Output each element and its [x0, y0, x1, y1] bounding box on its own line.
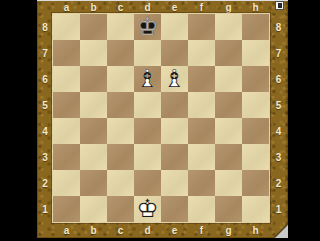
square-d2[interactable] [134, 170, 161, 196]
rank-label-left-8: 8 [37, 14, 53, 40]
white-bishop[interactable]: ♝♗ [161, 66, 188, 92]
square-h8[interactable] [242, 14, 269, 40]
file-label-top-b: b [80, 0, 107, 14]
square-d4[interactable] [134, 118, 161, 144]
frame-corner-bottom-left [37, 222, 53, 238]
square-b2[interactable] [80, 170, 107, 196]
file-label-top-e: e [161, 0, 188, 14]
window-icon[interactable] [275, 1, 284, 10]
white-king[interactable]: ♚♔ [134, 196, 161, 222]
square-c8[interactable] [107, 14, 134, 40]
square-b5[interactable] [80, 92, 107, 118]
square-h3[interactable] [242, 144, 269, 170]
frame-corner-top-left [37, 0, 53, 14]
square-d8[interactable]: ♚♔ [134, 14, 161, 40]
square-h4[interactable] [242, 118, 269, 144]
rank-label-left-2: 2 [37, 170, 53, 196]
square-h1[interactable] [242, 196, 269, 222]
window-icon-glyph [278, 3, 282, 8]
square-b7[interactable] [80, 40, 107, 66]
rank-label-right-7: 7 [269, 40, 288, 66]
file-label-top-g: g [215, 0, 242, 14]
file-label-bottom-a: a [53, 222, 80, 238]
square-a1[interactable] [53, 196, 80, 222]
square-e3[interactable] [161, 144, 188, 170]
rank-label-left-6: 6 [37, 66, 53, 92]
square-c5[interactable] [107, 92, 134, 118]
square-g6[interactable] [215, 66, 242, 92]
rank-label-left-5: 5 [37, 92, 53, 118]
square-c7[interactable] [107, 40, 134, 66]
square-g3[interactable] [215, 144, 242, 170]
rank-label-left-3: 3 [37, 144, 53, 170]
square-f5[interactable] [188, 92, 215, 118]
black-king-outline-glyph: ♔ [134, 14, 161, 39]
square-g4[interactable] [215, 118, 242, 144]
white-bishop[interactable]: ♝♗ [134, 66, 161, 92]
file-label-top-f: f [188, 0, 215, 14]
rank-label-left-4: 4 [37, 118, 53, 144]
square-c3[interactable] [107, 144, 134, 170]
square-f4[interactable] [188, 118, 215, 144]
white-bishop-fill-glyph: ♝ [134, 66, 161, 91]
square-e1[interactable] [161, 196, 188, 222]
white-bishop-outline-glyph: ♗ [134, 66, 161, 91]
file-label-bottom-b: b [80, 222, 107, 238]
rank-label-left-7: 7 [37, 40, 53, 66]
square-c1[interactable] [107, 196, 134, 222]
chessboard-window: abcdefgh8♚♔8776♝♗♝♗6554433221♚♔1abcdefgh [37, 0, 288, 238]
square-h7[interactable] [242, 40, 269, 66]
square-e4[interactable] [161, 118, 188, 144]
square-h2[interactable] [242, 170, 269, 196]
file-label-bottom-g: g [215, 222, 242, 238]
rank-label-right-5: 5 [269, 92, 288, 118]
square-f8[interactable] [188, 14, 215, 40]
square-e8[interactable] [161, 14, 188, 40]
square-g5[interactable] [215, 92, 242, 118]
square-h6[interactable] [242, 66, 269, 92]
square-f7[interactable] [188, 40, 215, 66]
black-king-fill-glyph: ♚ [134, 14, 161, 39]
square-c6[interactable] [107, 66, 134, 92]
square-a5[interactable] [53, 92, 80, 118]
file-label-bottom-h: h [242, 222, 269, 238]
file-label-bottom-e: e [161, 222, 188, 238]
file-label-top-c: c [107, 0, 134, 14]
white-king-fill-glyph: ♚ [134, 196, 161, 221]
square-a8[interactable] [53, 14, 80, 40]
square-f6[interactable] [188, 66, 215, 92]
square-e5[interactable] [161, 92, 188, 118]
square-e6[interactable]: ♝♗ [161, 66, 188, 92]
square-b6[interactable] [80, 66, 107, 92]
square-b3[interactable] [80, 144, 107, 170]
file-label-bottom-d: d [134, 222, 161, 238]
square-g1[interactable] [215, 196, 242, 222]
rank-label-right-6: 6 [269, 66, 288, 92]
file-label-top-a: a [53, 0, 80, 14]
square-e2[interactable] [161, 170, 188, 196]
white-king-outline-glyph: ♔ [134, 196, 161, 221]
square-d7[interactable] [134, 40, 161, 66]
white-bishop-fill-glyph: ♝ [161, 66, 188, 91]
square-b4[interactable] [80, 118, 107, 144]
chessboard: abcdefgh8♚♔8776♝♗♝♗6554433221♚♔1abcdefgh [37, 0, 288, 238]
square-g8[interactable] [215, 14, 242, 40]
square-c2[interactable] [107, 170, 134, 196]
square-c4[interactable] [107, 118, 134, 144]
rank-label-right-1: 1 [269, 196, 288, 222]
square-b1[interactable] [80, 196, 107, 222]
black-king[interactable]: ♚♔ [134, 14, 161, 40]
square-a7[interactable] [53, 40, 80, 66]
square-d6[interactable]: ♝♗ [134, 66, 161, 92]
square-f1[interactable] [188, 196, 215, 222]
resize-grip[interactable] [275, 225, 288, 238]
square-f2[interactable] [188, 170, 215, 196]
square-a2[interactable] [53, 170, 80, 196]
square-f3[interactable] [188, 144, 215, 170]
file-label-top-h: h [242, 0, 269, 14]
square-h5[interactable] [242, 92, 269, 118]
square-d5[interactable] [134, 92, 161, 118]
file-label-bottom-f: f [188, 222, 215, 238]
rank-label-right-8: 8 [269, 14, 288, 40]
square-a3[interactable] [53, 144, 80, 170]
square-a4[interactable] [53, 118, 80, 144]
square-g7[interactable] [215, 40, 242, 66]
rank-label-left-1: 1 [37, 196, 53, 222]
rank-label-right-4: 4 [269, 118, 288, 144]
file-label-top-d: d [134, 0, 161, 14]
square-g2[interactable] [215, 170, 242, 196]
page-background: { "game": "chess", "position": { "fen": … [0, 0, 320, 241]
rank-label-right-3: 3 [269, 144, 288, 170]
window-top-edge-line [37, 0, 288, 1]
white-bishop-outline-glyph: ♗ [161, 66, 188, 91]
file-label-bottom-c: c [107, 222, 134, 238]
square-d3[interactable] [134, 144, 161, 170]
square-d1[interactable]: ♚♔ [134, 196, 161, 222]
square-b8[interactable] [80, 14, 107, 40]
square-e7[interactable] [161, 40, 188, 66]
rank-label-right-2: 2 [269, 170, 288, 196]
square-a6[interactable] [53, 66, 80, 92]
